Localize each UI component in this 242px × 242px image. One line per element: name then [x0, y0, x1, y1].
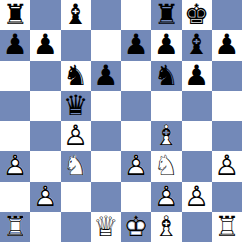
- square-d7[interactable]: [91, 30, 121, 60]
- white-pawn-icon-fill: ♟: [151, 182, 181, 212]
- square-c4[interactable]: ♟♙: [61, 121, 91, 151]
- black-knight-icon[interactable]: ♞: [151, 61, 181, 91]
- square-b5[interactable]: [30, 91, 60, 121]
- white-bishop-icon-fill: ♝: [151, 121, 181, 151]
- white-pawn-icon-fill: ♟: [121, 151, 151, 181]
- white-pawn-icon-fill: ♟: [30, 182, 60, 212]
- square-h8[interactable]: [212, 0, 242, 30]
- square-d3[interactable]: [91, 151, 121, 181]
- chess-board: ♜♝♜♚♟♟♟♟♝♟♞♟♞♟♛♟♙♝♗♟♙♞♘♟♙♞♘♟♙♟♙♟♙♟♙♜♖♛♕♚…: [0, 0, 242, 242]
- black-pawn-icon[interactable]: ♟: [91, 61, 121, 91]
- white-bishop-icon[interactable]: ♗: [151, 121, 181, 151]
- square-h7[interactable]: ♟: [212, 30, 242, 60]
- square-d8[interactable]: [91, 0, 121, 30]
- square-e4[interactable]: [121, 121, 151, 151]
- white-pawn-icon[interactable]: ♙: [212, 151, 242, 181]
- square-h3[interactable]: ♟♙: [212, 151, 242, 181]
- square-g3[interactable]: [182, 151, 212, 181]
- square-c3[interactable]: ♞♘: [61, 151, 91, 181]
- black-rook-icon[interactable]: ♜: [0, 0, 30, 30]
- square-a4[interactable]: [0, 121, 30, 151]
- square-e7[interactable]: ♟: [121, 30, 151, 60]
- square-d1[interactable]: ♛♕: [91, 212, 121, 242]
- square-c6[interactable]: ♞: [61, 61, 91, 91]
- square-c7[interactable]: [61, 30, 91, 60]
- black-queen-icon[interactable]: ♛: [61, 91, 91, 121]
- white-knight-icon-fill: ♞: [61, 151, 91, 181]
- square-f3[interactable]: ♞♘: [151, 151, 181, 181]
- square-f1[interactable]: ♝♗: [151, 212, 181, 242]
- white-knight-icon-fill: ♞: [151, 151, 181, 181]
- square-g8[interactable]: ♚: [182, 0, 212, 30]
- square-g4[interactable]: [182, 121, 212, 151]
- square-h2[interactable]: [212, 182, 242, 212]
- white-pawn-icon-fill: ♟: [61, 121, 91, 151]
- white-rook-icon-fill: ♜: [0, 212, 30, 242]
- square-b4[interactable]: [30, 121, 60, 151]
- black-pawn-icon[interactable]: ♟: [30, 30, 60, 60]
- square-e1[interactable]: ♚♔: [121, 212, 151, 242]
- square-b6[interactable]: [30, 61, 60, 91]
- square-b8[interactable]: [30, 0, 60, 30]
- square-f8[interactable]: ♜: [151, 0, 181, 30]
- square-a7[interactable]: ♟: [0, 30, 30, 60]
- square-e2[interactable]: [121, 182, 151, 212]
- square-g7[interactable]: ♝: [182, 30, 212, 60]
- square-g1[interactable]: [182, 212, 212, 242]
- square-f4[interactable]: ♝♗: [151, 121, 181, 151]
- square-e5[interactable]: [121, 91, 151, 121]
- white-king-icon[interactable]: ♔: [121, 212, 151, 242]
- square-g2[interactable]: ♟♙: [182, 182, 212, 212]
- white-bishop-icon-fill: ♝: [151, 212, 181, 242]
- square-h5[interactable]: [212, 91, 242, 121]
- white-pawn-icon[interactable]: ♙: [30, 182, 60, 212]
- black-rook-icon[interactable]: ♜: [151, 0, 181, 30]
- square-f2[interactable]: ♟♙: [151, 182, 181, 212]
- square-d5[interactable]: [91, 91, 121, 121]
- white-pawn-icon-fill: ♟: [212, 151, 242, 181]
- square-b7[interactable]: ♟: [30, 30, 60, 60]
- white-pawn-icon-fill: ♟: [182, 182, 212, 212]
- white-queen-icon[interactable]: ♕: [91, 212, 121, 242]
- square-h1[interactable]: ♜♖: [212, 212, 242, 242]
- white-pawn-icon[interactable]: ♙: [0, 151, 30, 181]
- white-king-icon-fill: ♚: [121, 212, 151, 242]
- square-a3[interactable]: ♟♙: [0, 151, 30, 181]
- white-rook-icon-fill: ♜: [212, 212, 242, 242]
- square-f6[interactable]: ♞: [151, 61, 181, 91]
- white-pawn-icon[interactable]: ♙: [151, 182, 181, 212]
- black-bishop-icon[interactable]: ♝: [61, 0, 91, 30]
- square-a5[interactable]: [0, 91, 30, 121]
- black-king-icon[interactable]: ♚: [182, 0, 212, 30]
- black-pawn-icon[interactable]: ♟: [121, 30, 151, 60]
- square-e6[interactable]: [121, 61, 151, 91]
- square-e8[interactable]: [121, 0, 151, 30]
- white-queen-icon-fill: ♛: [91, 212, 121, 242]
- square-b3[interactable]: [30, 151, 60, 181]
- square-g6[interactable]: ♟: [182, 61, 212, 91]
- white-pawn-icon[interactable]: ♙: [121, 151, 151, 181]
- square-h6[interactable]: [212, 61, 242, 91]
- white-pawn-icon-fill: ♟: [0, 151, 30, 181]
- square-d4[interactable]: [91, 121, 121, 151]
- square-d6[interactable]: ♟: [91, 61, 121, 91]
- square-a2[interactable]: [0, 182, 30, 212]
- square-c5[interactable]: ♛: [61, 91, 91, 121]
- white-pawn-icon[interactable]: ♙: [182, 182, 212, 212]
- square-c8[interactable]: ♝: [61, 0, 91, 30]
- black-knight-icon[interactable]: ♞: [61, 61, 91, 91]
- white-pawn-icon[interactable]: ♙: [61, 121, 91, 151]
- square-g5[interactable]: [182, 91, 212, 121]
- square-b1[interactable]: [30, 212, 60, 242]
- square-c1[interactable]: [61, 212, 91, 242]
- square-b2[interactable]: ♟♙: [30, 182, 60, 212]
- square-a1[interactable]: ♜♖: [0, 212, 30, 242]
- square-h4[interactable]: [212, 121, 242, 151]
- black-pawn-icon[interactable]: ♟: [212, 30, 242, 60]
- white-knight-icon[interactable]: ♘: [151, 151, 181, 181]
- black-pawn-icon[interactable]: ♟: [151, 30, 181, 60]
- square-a8[interactable]: ♜: [0, 0, 30, 30]
- black-pawn-icon[interactable]: ♟: [0, 30, 30, 60]
- white-bishop-icon[interactable]: ♗: [151, 212, 181, 242]
- square-f7[interactable]: ♟: [151, 30, 181, 60]
- square-f5[interactable]: [151, 91, 181, 121]
- white-rook-icon[interactable]: ♖: [212, 212, 242, 242]
- black-pawn-icon[interactable]: ♟: [182, 61, 212, 91]
- square-a6[interactable]: [0, 61, 30, 91]
- black-bishop-icon[interactable]: ♝: [182, 30, 212, 60]
- white-rook-icon[interactable]: ♖: [0, 212, 30, 242]
- white-knight-icon[interactable]: ♘: [61, 151, 91, 181]
- square-d2[interactable]: [91, 182, 121, 212]
- square-c2[interactable]: [61, 182, 91, 212]
- square-e3[interactable]: ♟♙: [121, 151, 151, 181]
